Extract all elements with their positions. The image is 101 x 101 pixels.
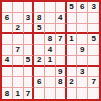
cell-r5c9-empty[interactable] [88,45,99,56]
cell-r8c4-given[interactable]: 6 [34,77,45,88]
cell-r7c3-empty[interactable] [24,67,35,78]
cell-r9c2-given[interactable]: 1 [13,88,24,99]
cell-r3c2-given[interactable]: 2 [13,24,24,35]
cell-r3c3-empty[interactable] [24,24,35,35]
cell-r8c7-given[interactable]: 2 [67,77,78,88]
cell-r1c4-empty[interactable] [34,2,45,13]
cell-r1c9-given[interactable]: 3 [88,2,99,13]
cell-r2c8-empty[interactable] [77,13,88,24]
cell-r6c8-empty[interactable] [77,56,88,67]
cell-r9c5-empty[interactable] [45,88,56,99]
cell-r4c2-empty[interactable] [13,34,24,45]
cell-r6c6-empty[interactable] [56,56,67,67]
cell-r8c3-empty[interactable] [24,77,35,88]
cell-r8c1-empty[interactable] [2,77,13,88]
cell-r9c3-given[interactable]: 7 [24,88,35,99]
cell-r7c2-empty[interactable] [13,67,24,78]
cell-r7c7-empty[interactable] [67,67,78,78]
cell-r1c5-empty[interactable] [45,2,56,13]
cell-r4c8-empty[interactable] [77,34,88,45]
cell-r2c2-empty[interactable] [13,13,24,24]
cell-r2c7-empty[interactable] [67,13,78,24]
sudoku-board: 56363842587157494521936827817 [0,0,101,101]
cell-r6c2-empty[interactable] [13,56,24,67]
cell-r7c1-empty[interactable] [2,67,13,78]
cell-r9c8-empty[interactable] [77,88,88,99]
cell-r7c4-empty[interactable] [34,67,45,78]
cell-r1c8-given[interactable]: 6 [77,2,88,13]
cell-r4c1-empty[interactable] [2,34,13,45]
cell-r7c6-given[interactable]: 9 [56,67,67,78]
cell-r4c4-empty[interactable] [34,34,45,45]
cell-r8c6-given[interactable]: 8 [56,77,67,88]
cell-r8c9-given[interactable]: 7 [88,77,99,88]
cell-r3c8-empty[interactable] [77,24,88,35]
cell-r4c5-given[interactable]: 8 [45,34,56,45]
cell-r2c4-given[interactable]: 8 [34,13,45,24]
cell-r6c1-given[interactable]: 4 [2,56,13,67]
cell-r8c2-empty[interactable] [13,77,24,88]
cell-r2c6-given[interactable]: 4 [56,13,67,24]
cell-r9c7-empty[interactable] [67,88,78,99]
cell-r6c9-empty[interactable] [88,56,99,67]
cell-r5c1-empty[interactable] [2,45,13,56]
cell-r4c3-empty[interactable] [24,34,35,45]
cell-r1c7-given[interactable]: 5 [67,2,78,13]
cell-r3c5-empty[interactable] [45,24,56,35]
cell-r1c1-empty[interactable] [2,2,13,13]
cell-r1c6-empty[interactable] [56,2,67,13]
cell-r5c6-empty[interactable] [56,45,67,56]
cell-r9c4-empty[interactable] [34,88,45,99]
cell-r4c6-given[interactable]: 7 [56,34,67,45]
cell-r2c3-given[interactable]: 3 [24,13,35,24]
cell-r1c3-empty[interactable] [24,2,35,13]
cell-r9c1-given[interactable]: 8 [2,88,13,99]
cell-r4c7-given[interactable]: 1 [67,34,78,45]
cell-r5c8-given[interactable]: 9 [77,45,88,56]
cell-r3c7-empty[interactable] [67,24,78,35]
cell-r2c9-empty[interactable] [88,13,99,24]
cell-r3c9-empty[interactable] [88,24,99,35]
cell-r3c1-empty[interactable] [2,24,13,35]
cell-r5c5-given[interactable]: 4 [45,45,56,56]
cell-r6c4-given[interactable]: 2 [34,56,45,67]
cell-r8c8-empty[interactable] [77,77,88,88]
cell-r2c5-empty[interactable] [45,13,56,24]
cell-r9c6-empty[interactable] [56,88,67,99]
cell-r6c3-given[interactable]: 5 [24,56,35,67]
cell-r3c6-empty[interactable] [56,24,67,35]
cell-r6c7-empty[interactable] [67,56,78,67]
cell-r4c9-given[interactable]: 5 [88,34,99,45]
cell-r5c7-empty[interactable] [67,45,78,56]
cell-r5c4-empty[interactable] [34,45,45,56]
cell-r2c1-given[interactable]: 6 [2,13,13,24]
cell-r1c2-empty[interactable] [13,2,24,13]
cell-r6c5-given[interactable]: 1 [45,56,56,67]
cell-r7c8-given[interactable]: 3 [77,67,88,78]
cell-r7c9-empty[interactable] [88,67,99,78]
cell-r5c3-empty[interactable] [24,45,35,56]
cell-r9c9-empty[interactable] [88,88,99,99]
cell-r8c5-empty[interactable] [45,77,56,88]
cell-r3c4-given[interactable]: 5 [34,24,45,35]
cell-r7c5-empty[interactable] [45,67,56,78]
cell-r5c2-given[interactable]: 7 [13,45,24,56]
